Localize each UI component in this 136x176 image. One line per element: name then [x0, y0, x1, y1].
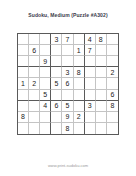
cell-r9c9[interactable] — [107, 123, 118, 134]
cell-r7c7: 3 — [85, 101, 96, 112]
cell-r6c4[interactable] — [51, 90, 62, 101]
cell-r2c9[interactable] — [107, 45, 118, 56]
cell-r1c8: 8 — [96, 34, 107, 45]
cell-r1c5: 7 — [62, 34, 73, 45]
cell-r9c3[interactable] — [40, 123, 51, 134]
cell-r7c8[interactable] — [96, 101, 107, 112]
cell-r2c3[interactable] — [40, 45, 51, 56]
cell-r7c4: 6 — [51, 101, 62, 112]
cell-r8c3[interactable] — [40, 112, 51, 123]
cell-r1c9[interactable] — [107, 34, 118, 45]
cell-r9c2[interactable] — [29, 123, 40, 134]
cell-r3c3: 9 — [40, 56, 51, 67]
cell-r8c5: 9 — [62, 112, 73, 123]
cell-r6c5[interactable] — [62, 90, 73, 101]
cell-r9c6[interactable] — [74, 123, 85, 134]
cell-r7c2[interactable] — [29, 101, 40, 112]
cell-r7c5: 5 — [62, 101, 73, 112]
cell-r5c6[interactable] — [74, 78, 85, 89]
cell-r4c8[interactable] — [96, 67, 107, 78]
cell-r5c4: 5 — [51, 78, 62, 89]
cell-r1c6[interactable] — [74, 34, 85, 45]
cell-r8c7[interactable] — [85, 112, 96, 123]
cell-r3c1[interactable] — [18, 56, 29, 67]
footer-url: www.print-sudoku.com — [0, 163, 136, 168]
cell-r8c1: 8 — [18, 112, 29, 123]
cell-r1c1[interactable] — [18, 34, 29, 45]
cell-r7c1[interactable] — [18, 101, 29, 112]
cell-r4c4[interactable] — [51, 67, 62, 78]
cell-r8c8[interactable] — [96, 112, 107, 123]
cell-r2c8[interactable] — [96, 45, 107, 56]
cell-r4c1[interactable] — [18, 67, 29, 78]
cell-r3c9[interactable] — [107, 56, 118, 67]
cell-r7c3: 4 — [40, 101, 51, 112]
cell-r6c6[interactable] — [74, 90, 85, 101]
cell-r9c1[interactable] — [18, 123, 29, 134]
cell-r6c1[interactable] — [18, 90, 29, 101]
cell-r2c4[interactable] — [51, 45, 62, 56]
cell-r2c5[interactable] — [62, 45, 73, 56]
cell-r7c6[interactable] — [74, 101, 85, 112]
cell-r8c2[interactable] — [29, 112, 40, 123]
cell-r1c7: 4 — [85, 34, 96, 45]
cell-r8c6: 2 — [74, 112, 85, 123]
cell-r3c4[interactable] — [51, 56, 62, 67]
cell-r9c7[interactable] — [85, 123, 96, 134]
cell-r5c9[interactable] — [107, 78, 118, 89]
cell-r4c9: 2 — [107, 67, 118, 78]
cell-r6c7[interactable] — [85, 90, 96, 101]
cell-r2c1[interactable] — [18, 45, 29, 56]
cell-r6c9: 6 — [107, 90, 118, 101]
cell-r4c7[interactable] — [85, 67, 96, 78]
cell-r4c3[interactable] — [40, 67, 51, 78]
sudoku-sheet: Sudoku, Medium (Puzzle #A302) 3748617938… — [0, 0, 136, 176]
cell-r5c2: 2 — [29, 78, 40, 89]
cell-r2c7: 7 — [85, 45, 96, 56]
cell-r9c8[interactable] — [96, 123, 107, 134]
cell-r1c3[interactable] — [40, 34, 51, 45]
cell-r2c2: 6 — [29, 45, 40, 56]
cell-r3c2[interactable] — [29, 56, 40, 67]
cell-r1c2[interactable] — [29, 34, 40, 45]
cell-r5c1: 1 — [18, 78, 29, 89]
cell-r6c8[interactable] — [96, 90, 107, 101]
cell-r5c8[interactable] — [96, 78, 107, 89]
cell-r4c6: 8 — [74, 67, 85, 78]
cell-r2c6: 1 — [74, 45, 85, 56]
cell-r9c5: 8 — [62, 123, 73, 134]
cell-r6c3: 5 — [40, 90, 51, 101]
page-title: Sudoku, Medium (Puzzle #A302) — [0, 12, 136, 18]
cell-r3c5[interactable] — [62, 56, 73, 67]
cell-r3c6[interactable] — [74, 56, 85, 67]
cell-r3c8[interactable] — [96, 56, 107, 67]
cell-r4c2[interactable] — [29, 67, 40, 78]
cell-r9c4[interactable] — [51, 123, 62, 134]
cell-r3c7[interactable] — [85, 56, 96, 67]
cell-r8c9[interactable] — [107, 112, 118, 123]
sudoku-grid: 37486179382125656465388928 — [17, 33, 119, 135]
cell-r5c3[interactable] — [40, 78, 51, 89]
cell-r5c5: 6 — [62, 78, 73, 89]
cell-r4c5: 3 — [62, 67, 73, 78]
cell-r6c2[interactable] — [29, 90, 40, 101]
cell-r1c4: 3 — [51, 34, 62, 45]
cell-r5c7[interactable] — [85, 78, 96, 89]
cell-r8c4[interactable] — [51, 112, 62, 123]
cell-r7c9: 8 — [107, 101, 118, 112]
